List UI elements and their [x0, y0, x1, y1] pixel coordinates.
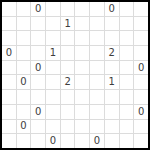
- cell-r1c6[interactable]: [75, 2, 89, 16]
- cell-r7c10[interactable]: [134, 90, 148, 104]
- cell-r4c7[interactable]: [90, 46, 104, 60]
- cell-r9c8[interactable]: [105, 120, 119, 134]
- cell-r2c8[interactable]: [105, 17, 119, 31]
- cell-r7c9[interactable]: [120, 90, 134, 104]
- cell-r8c1[interactable]: [2, 105, 16, 119]
- cell-r2c2[interactable]: [17, 17, 31, 31]
- cell-r6c3[interactable]: [31, 75, 45, 89]
- cell-r8c8[interactable]: [105, 105, 119, 119]
- cell-r6c7[interactable]: [90, 75, 104, 89]
- cell-r5c2[interactable]: [17, 61, 31, 75]
- cell-r7c6[interactable]: [75, 90, 89, 104]
- cell-r7c3[interactable]: [31, 90, 45, 104]
- cell-r3c6[interactable]: [75, 31, 89, 45]
- cell-r1c8-clue: 0: [105, 2, 119, 16]
- cell-r10c3[interactable]: [31, 134, 45, 148]
- cell-r4c8-clue: 2: [105, 46, 119, 60]
- cell-r10c8[interactable]: [105, 134, 119, 148]
- cell-r9c4[interactable]: [46, 120, 60, 134]
- cell-r4c9[interactable]: [120, 46, 134, 60]
- cell-r8c6[interactable]: [75, 105, 89, 119]
- cell-r10c6[interactable]: [75, 134, 89, 148]
- cell-r5c8[interactable]: [105, 61, 119, 75]
- cell-r10c9[interactable]: [120, 134, 134, 148]
- cell-r4c6[interactable]: [75, 46, 89, 60]
- cell-r8c2[interactable]: [17, 105, 31, 119]
- cell-r2c9[interactable]: [120, 17, 134, 31]
- cell-r5c1[interactable]: [2, 61, 16, 75]
- cell-r7c5[interactable]: [61, 90, 75, 104]
- cell-r3c2[interactable]: [17, 31, 31, 45]
- cell-r1c10[interactable]: [134, 2, 148, 16]
- cell-r4c1-clue: 0: [2, 46, 16, 60]
- cell-r6c10[interactable]: [134, 75, 148, 89]
- cell-r6c4[interactable]: [46, 75, 60, 89]
- cell-r2c5-clue: 1: [61, 17, 75, 31]
- cell-r4c2[interactable]: [17, 46, 31, 60]
- cell-r10c10[interactable]: [134, 134, 148, 148]
- cell-r10c1[interactable]: [2, 134, 16, 148]
- cell-r7c8[interactable]: [105, 90, 119, 104]
- cell-r6c5-clue: 2: [61, 75, 75, 89]
- cell-r5c6[interactable]: [75, 61, 89, 75]
- cell-r2c6[interactable]: [75, 17, 89, 31]
- cell-r9c1[interactable]: [2, 120, 16, 134]
- cell-r9c5[interactable]: [61, 120, 75, 134]
- cell-r9c9[interactable]: [120, 120, 134, 134]
- cell-r1c9[interactable]: [120, 2, 134, 16]
- cell-r3c3[interactable]: [31, 31, 45, 45]
- cell-r8c9[interactable]: [120, 105, 134, 119]
- cell-r3c10[interactable]: [134, 31, 148, 45]
- cell-r2c7[interactable]: [90, 17, 104, 31]
- cell-r6c1[interactable]: [2, 75, 16, 89]
- cell-r1c3-clue: 0: [31, 2, 45, 16]
- cell-r7c2[interactable]: [17, 90, 31, 104]
- puzzle-board: 0010120002100000: [0, 0, 150, 150]
- cell-r9c6[interactable]: [75, 120, 89, 134]
- cell-r1c2[interactable]: [17, 2, 31, 16]
- cell-r5c10-clue: 0: [134, 61, 148, 75]
- cell-r3c5[interactable]: [61, 31, 75, 45]
- cell-r5c7[interactable]: [90, 61, 104, 75]
- cell-r1c7[interactable]: [90, 2, 104, 16]
- cell-r1c4[interactable]: [46, 2, 60, 16]
- cell-r7c1[interactable]: [2, 90, 16, 104]
- cell-r3c9[interactable]: [120, 31, 134, 45]
- cell-r1c5[interactable]: [61, 2, 75, 16]
- cell-r10c2[interactable]: [17, 134, 31, 148]
- cell-r10c4-clue: 0: [46, 134, 60, 148]
- cell-r3c1[interactable]: [2, 31, 16, 45]
- cell-r4c5[interactable]: [61, 46, 75, 60]
- cell-r8c4[interactable]: [46, 105, 60, 119]
- cell-r6c8-clue: 1: [105, 75, 119, 89]
- cell-r5c3-clue: 0: [31, 61, 45, 75]
- cell-r3c8[interactable]: [105, 31, 119, 45]
- cell-r4c10[interactable]: [134, 46, 148, 60]
- cell-r9c10[interactable]: [134, 120, 148, 134]
- cell-r7c7[interactable]: [90, 90, 104, 104]
- cell-r6c9[interactable]: [120, 75, 134, 89]
- cell-r2c3[interactable]: [31, 17, 45, 31]
- cell-r5c9[interactable]: [120, 61, 134, 75]
- cell-r8c3-clue: 0: [31, 105, 45, 119]
- cell-r6c2-clue: 0: [17, 75, 31, 89]
- cell-r9c2-clue: 0: [17, 120, 31, 134]
- cell-r1c1[interactable]: [2, 2, 16, 16]
- cell-r9c3[interactable]: [31, 120, 45, 134]
- cell-r7c4[interactable]: [46, 90, 60, 104]
- cell-r2c10[interactable]: [134, 17, 148, 31]
- cell-r2c4[interactable]: [46, 17, 60, 31]
- cell-r6c6[interactable]: [75, 75, 89, 89]
- cell-r8c10-clue: 0: [134, 105, 148, 119]
- cell-r4c4-clue: 1: [46, 46, 60, 60]
- cell-r3c7[interactable]: [90, 31, 104, 45]
- cell-r3c4[interactable]: [46, 31, 60, 45]
- cell-r10c5[interactable]: [61, 134, 75, 148]
- cell-r4c3[interactable]: [31, 46, 45, 60]
- cell-r5c4[interactable]: [46, 61, 60, 75]
- cell-r8c5[interactable]: [61, 105, 75, 119]
- cell-r8c7[interactable]: [90, 105, 104, 119]
- cell-r5c5[interactable]: [61, 61, 75, 75]
- cell-r10c7-clue: 0: [90, 134, 104, 148]
- cell-r9c7[interactable]: [90, 120, 104, 134]
- cell-r2c1[interactable]: [2, 17, 16, 31]
